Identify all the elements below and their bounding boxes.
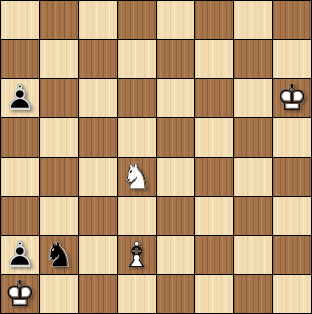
black-pawn[interactable]: ♟♙	[1, 236, 39, 274]
square-b3[interactable]	[40, 197, 78, 235]
square-f8[interactable]	[195, 1, 233, 39]
white-bishop[interactable]: ♝♗	[118, 236, 156, 274]
square-g2[interactable]	[234, 236, 272, 274]
square-h7[interactable]	[273, 40, 311, 78]
square-f3[interactable]	[195, 197, 233, 235]
square-d6[interactable]	[118, 79, 156, 117]
square-b4[interactable]	[40, 158, 78, 196]
square-c4[interactable]	[79, 158, 117, 196]
square-a7[interactable]	[1, 40, 39, 78]
square-e4[interactable]	[157, 158, 195, 196]
pawn-outline-icon: ♙	[1, 236, 39, 274]
square-h4[interactable]	[273, 158, 311, 196]
square-d4[interactable]: ♞♘	[118, 158, 156, 196]
square-h1[interactable]	[273, 275, 311, 313]
square-h6[interactable]: ♚♔	[273, 79, 311, 117]
square-g6[interactable]	[234, 79, 272, 117]
square-e7[interactable]	[157, 40, 195, 78]
square-e5[interactable]	[157, 118, 195, 156]
king-outline-icon: ♔	[273, 79, 311, 117]
square-e8[interactable]	[157, 1, 195, 39]
square-d7[interactable]	[118, 40, 156, 78]
square-e3[interactable]	[157, 197, 195, 235]
square-f5[interactable]	[195, 118, 233, 156]
square-f1[interactable]	[195, 275, 233, 313]
square-f6[interactable]	[195, 79, 233, 117]
square-a8[interactable]	[1, 1, 39, 39]
square-b5[interactable]	[40, 118, 78, 156]
square-d3[interactable]	[118, 197, 156, 235]
black-knight[interactable]: ♞♘	[40, 236, 78, 274]
square-a1[interactable]: ♚♔	[1, 275, 39, 313]
pawn-outline-icon: ♙	[1, 79, 39, 117]
square-a4[interactable]	[1, 158, 39, 196]
square-c5[interactable]	[79, 118, 117, 156]
square-a5[interactable]	[1, 118, 39, 156]
square-g1[interactable]	[234, 275, 272, 313]
square-c7[interactable]	[79, 40, 117, 78]
square-h2[interactable]	[273, 236, 311, 274]
chess-board: ♟♙♚♔♞♘♟♙♞♘♝♗♚♔	[0, 0, 312, 314]
square-h3[interactable]	[273, 197, 311, 235]
square-f4[interactable]	[195, 158, 233, 196]
square-d2[interactable]: ♝♗	[118, 236, 156, 274]
square-d5[interactable]	[118, 118, 156, 156]
square-c8[interactable]	[79, 1, 117, 39]
square-b7[interactable]	[40, 40, 78, 78]
knight-outline-icon: ♘	[40, 236, 78, 274]
white-king[interactable]: ♚♔	[1, 275, 39, 313]
bishop-outline-icon: ♗	[118, 236, 156, 274]
white-king[interactable]: ♚♔	[273, 79, 311, 117]
square-a3[interactable]	[1, 197, 39, 235]
square-g8[interactable]	[234, 1, 272, 39]
square-f7[interactable]	[195, 40, 233, 78]
knight-outline-icon: ♘	[118, 158, 156, 196]
square-h8[interactable]	[273, 1, 311, 39]
square-b8[interactable]	[40, 1, 78, 39]
square-d1[interactable]	[118, 275, 156, 313]
square-h5[interactable]	[273, 118, 311, 156]
square-b1[interactable]	[40, 275, 78, 313]
square-g3[interactable]	[234, 197, 272, 235]
white-knight[interactable]: ♞♘	[118, 158, 156, 196]
square-b2[interactable]: ♞♘	[40, 236, 78, 274]
square-d8[interactable]	[118, 1, 156, 39]
square-g7[interactable]	[234, 40, 272, 78]
square-e6[interactable]	[157, 79, 195, 117]
square-b6[interactable]	[40, 79, 78, 117]
square-c2[interactable]	[79, 236, 117, 274]
square-g5[interactable]	[234, 118, 272, 156]
black-pawn[interactable]: ♟♙	[1, 79, 39, 117]
square-e2[interactable]	[157, 236, 195, 274]
square-c1[interactable]	[79, 275, 117, 313]
square-a6[interactable]: ♟♙	[1, 79, 39, 117]
square-g4[interactable]	[234, 158, 272, 196]
square-e1[interactable]	[157, 275, 195, 313]
square-c3[interactable]	[79, 197, 117, 235]
square-f2[interactable]	[195, 236, 233, 274]
square-a2[interactable]: ♟♙	[1, 236, 39, 274]
square-c6[interactable]	[79, 79, 117, 117]
king-outline-icon: ♔	[1, 275, 39, 313]
